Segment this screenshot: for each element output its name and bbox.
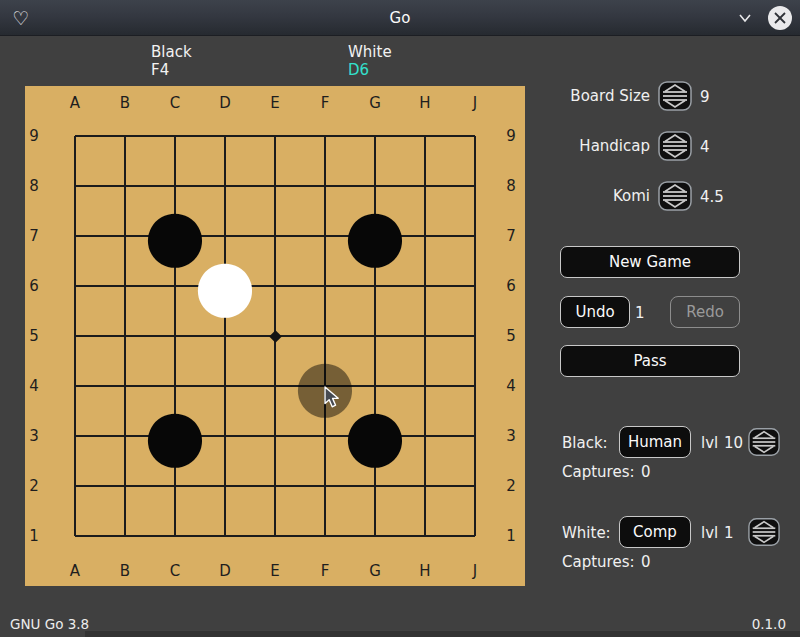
- board-intersection[interactable]: [100, 461, 150, 511]
- spinner-icon: [658, 181, 692, 211]
- coord-label: 1: [25, 511, 43, 561]
- app-version-text: 0.1.0: [752, 616, 786, 632]
- coord-label: 6: [502, 261, 520, 311]
- board-intersection[interactable]: [50, 261, 100, 311]
- white-player-label: White:: [562, 524, 611, 542]
- board-intersection[interactable]: [150, 311, 200, 361]
- board-intersection[interactable]: [200, 411, 250, 461]
- board-intersection[interactable]: [150, 161, 200, 211]
- board-intersection[interactable]: [50, 161, 100, 211]
- board-intersection[interactable]: [300, 111, 350, 161]
- window-title: Go: [0, 9, 800, 27]
- spinner-icon: [658, 81, 692, 111]
- black-stone: ●: [344, 210, 406, 260]
- undo-count: 1: [635, 304, 645, 322]
- board-intersection[interactable]: [400, 161, 450, 211]
- board-intersection[interactable]: [200, 211, 250, 261]
- handicap-value: 4: [700, 138, 710, 156]
- board-intersection[interactable]: [300, 211, 350, 261]
- black-player-type-button[interactable]: Human: [619, 426, 691, 458]
- close-icon: [774, 12, 786, 24]
- black-level-spinner[interactable]: [748, 427, 780, 457]
- coord-label: D: [200, 562, 250, 582]
- board-intersection[interactable]: [200, 511, 250, 561]
- black-stone: ●: [144, 410, 206, 460]
- board-intersection[interactable]: [250, 511, 300, 561]
- board-intersection[interactable]: [100, 511, 150, 561]
- board-intersection[interactable]: [300, 161, 350, 211]
- coord-label: 2: [25, 461, 43, 511]
- board-intersection[interactable]: [450, 261, 500, 311]
- board-intersection[interactable]: [250, 361, 300, 411]
- coord-label: 5: [502, 311, 520, 361]
- black-level-label: lvl: [701, 434, 718, 452]
- coord-label: 6: [25, 261, 43, 311]
- spinner-icon: [658, 131, 692, 161]
- board-intersection[interactable]: ●: [350, 211, 400, 261]
- board-intersection[interactable]: [200, 161, 250, 211]
- coord-label: 3: [25, 411, 43, 461]
- titlebar: ♡ Go: [0, 0, 800, 36]
- board-intersection[interactable]: [350, 161, 400, 211]
- board-size-spinner[interactable]: [658, 81, 692, 111]
- board-intersection[interactable]: [250, 311, 300, 361]
- coord-label: A: [50, 562, 100, 582]
- board-intersection[interactable]: [100, 161, 150, 211]
- coords-bottom: ABCDEFGHJ: [50, 562, 500, 582]
- board-intersection[interactable]: [50, 411, 100, 461]
- board-intersection[interactable]: [50, 211, 100, 261]
- board-intersection[interactable]: [400, 461, 450, 511]
- coord-label: 1: [502, 511, 520, 561]
- board-intersection[interactable]: ●: [350, 411, 400, 461]
- coord-label: C: [150, 562, 200, 582]
- undo-button[interactable]: Undo: [560, 296, 630, 328]
- bottom-edge-strip: [85, 631, 800, 637]
- go-board: ABCDEFGHJ ABCDEFGHJ 987654321 987654321 …: [25, 86, 525, 586]
- board-intersection[interactable]: [250, 411, 300, 461]
- coord-label: 4: [502, 361, 520, 411]
- board-intersection[interactable]: [200, 111, 250, 161]
- board-intersection[interactable]: [150, 361, 200, 411]
- redo-button[interactable]: Redo: [670, 296, 740, 328]
- board-intersection[interactable]: [100, 361, 150, 411]
- black-last-move-block: Black F4: [151, 43, 192, 79]
- board-intersection[interactable]: [200, 461, 250, 511]
- board-intersection[interactable]: [50, 311, 100, 361]
- board-intersection[interactable]: [250, 211, 300, 261]
- board-size-label: Board Size: [500, 87, 650, 105]
- black-stone: ●: [344, 410, 406, 460]
- black-header-label: Black: [151, 43, 192, 61]
- board-intersection[interactable]: ●: [200, 261, 250, 311]
- spinner-icon: [748, 427, 780, 457]
- board-intersection[interactable]: [250, 461, 300, 511]
- board-intersection[interactable]: [450, 311, 500, 361]
- board-intersection[interactable]: [450, 461, 500, 511]
- board-intersection[interactable]: [50, 111, 100, 161]
- board-intersection[interactable]: [450, 361, 500, 411]
- board-intersection[interactable]: [250, 261, 300, 311]
- coord-label: G: [350, 562, 400, 582]
- board-intersection[interactable]: [300, 411, 350, 461]
- board-intersection[interactable]: [350, 511, 400, 561]
- black-captures-value: 0: [641, 463, 651, 481]
- stone-grid: ●●●●●●: [50, 111, 500, 561]
- coord-label: 8: [25, 161, 43, 211]
- white-level-spinner[interactable]: [748, 517, 780, 547]
- spinner-icon: [748, 517, 780, 547]
- board-intersection[interactable]: [100, 311, 150, 361]
- engine-version-text: GNU Go 3.8: [10, 616, 89, 632]
- board-size-value: 9: [700, 88, 710, 106]
- board-intersection[interactable]: ●: [150, 211, 200, 261]
- board-intersection[interactable]: [350, 461, 400, 511]
- close-button[interactable]: [768, 6, 792, 30]
- handicap-label: Handicap: [500, 137, 650, 155]
- white-level-label: lvl: [701, 524, 718, 542]
- board-intersection[interactable]: [350, 311, 400, 361]
- chevron-down-icon[interactable]: [736, 10, 754, 26]
- coord-label: 3: [502, 411, 520, 461]
- board-intersection[interactable]: [300, 311, 350, 361]
- white-last-move: D6: [348, 61, 392, 79]
- white-player-type-button[interactable]: Comp: [619, 516, 691, 548]
- komi-value: 4.5: [700, 188, 724, 206]
- white-level-value: 1: [724, 524, 734, 542]
- board-intersection[interactable]: [150, 511, 200, 561]
- board-intersection[interactable]: [400, 511, 450, 561]
- board-intersection[interactable]: [150, 461, 200, 511]
- board-intersection[interactable]: [450, 161, 500, 211]
- coord-label: F: [300, 562, 350, 582]
- board-intersection[interactable]: [100, 411, 150, 461]
- coords-right: 987654321: [502, 111, 520, 561]
- board-intersection[interactable]: [100, 261, 150, 311]
- board-intersection[interactable]: [450, 511, 500, 561]
- board-intersection[interactable]: [50, 511, 100, 561]
- board-intersection[interactable]: [400, 311, 450, 361]
- white-captures-label: Captures:: [562, 553, 635, 571]
- board-intersection[interactable]: [100, 211, 150, 261]
- komi-spinner[interactable]: [658, 181, 692, 211]
- board-intersection[interactable]: [400, 211, 450, 261]
- board-intersection[interactable]: [250, 111, 300, 161]
- board-intersection[interactable]: [300, 461, 350, 511]
- white-captures-value: 0: [641, 553, 651, 571]
- white-last-move-block: White D6: [348, 43, 392, 79]
- coord-label: 7: [25, 211, 43, 261]
- coords-left: 987654321: [25, 111, 43, 561]
- board-intersection[interactable]: [400, 111, 450, 161]
- coord-label: 4: [25, 361, 43, 411]
- black-level-value: 10: [724, 434, 743, 452]
- board-intersection[interactable]: [100, 111, 150, 161]
- board-intersection[interactable]: [300, 511, 350, 561]
- board-intersection[interactable]: [250, 161, 300, 211]
- pass-button[interactable]: Pass: [560, 345, 740, 377]
- board-intersection[interactable]: [350, 361, 400, 411]
- board-intersection[interactable]: [50, 361, 100, 411]
- handicap-spinner[interactable]: [658, 131, 692, 161]
- coord-label: 9: [25, 111, 43, 161]
- new-game-button[interactable]: New Game: [560, 246, 740, 278]
- black-stone: ●: [144, 210, 206, 260]
- board-intersection[interactable]: [350, 111, 400, 161]
- coord-label: 2: [502, 461, 520, 511]
- board-intersection[interactable]: [400, 361, 450, 411]
- black-player-label: Black:: [562, 434, 608, 452]
- board-intersection[interactable]: ●: [150, 411, 200, 461]
- black-last-move: F4: [151, 61, 192, 79]
- board-intersection[interactable]: [150, 261, 200, 311]
- board-intersection[interactable]: [200, 311, 250, 361]
- coord-label: E: [250, 562, 300, 582]
- board-intersection[interactable]: [200, 361, 250, 411]
- coord-label: J: [450, 562, 500, 582]
- white-stone: ●: [194, 260, 256, 310]
- coord-label: 5: [25, 311, 43, 361]
- coord-label: B: [100, 562, 150, 582]
- board-intersection[interactable]: [400, 261, 450, 311]
- board-intersection[interactable]: [300, 261, 350, 311]
- mouse-cursor: [324, 386, 341, 409]
- white-header-label: White: [348, 43, 392, 61]
- board-intersection[interactable]: [450, 411, 500, 461]
- coord-label: 7: [502, 211, 520, 261]
- board-intersection[interactable]: [50, 461, 100, 511]
- komi-label: Komi: [500, 187, 650, 205]
- board-intersection[interactable]: [450, 111, 500, 161]
- board-intersection[interactable]: [450, 211, 500, 261]
- board-intersection[interactable]: [350, 261, 400, 311]
- board-intersection[interactable]: [400, 411, 450, 461]
- coord-label: H: [400, 562, 450, 582]
- board-intersection[interactable]: [150, 111, 200, 161]
- black-captures-label: Captures:: [562, 463, 635, 481]
